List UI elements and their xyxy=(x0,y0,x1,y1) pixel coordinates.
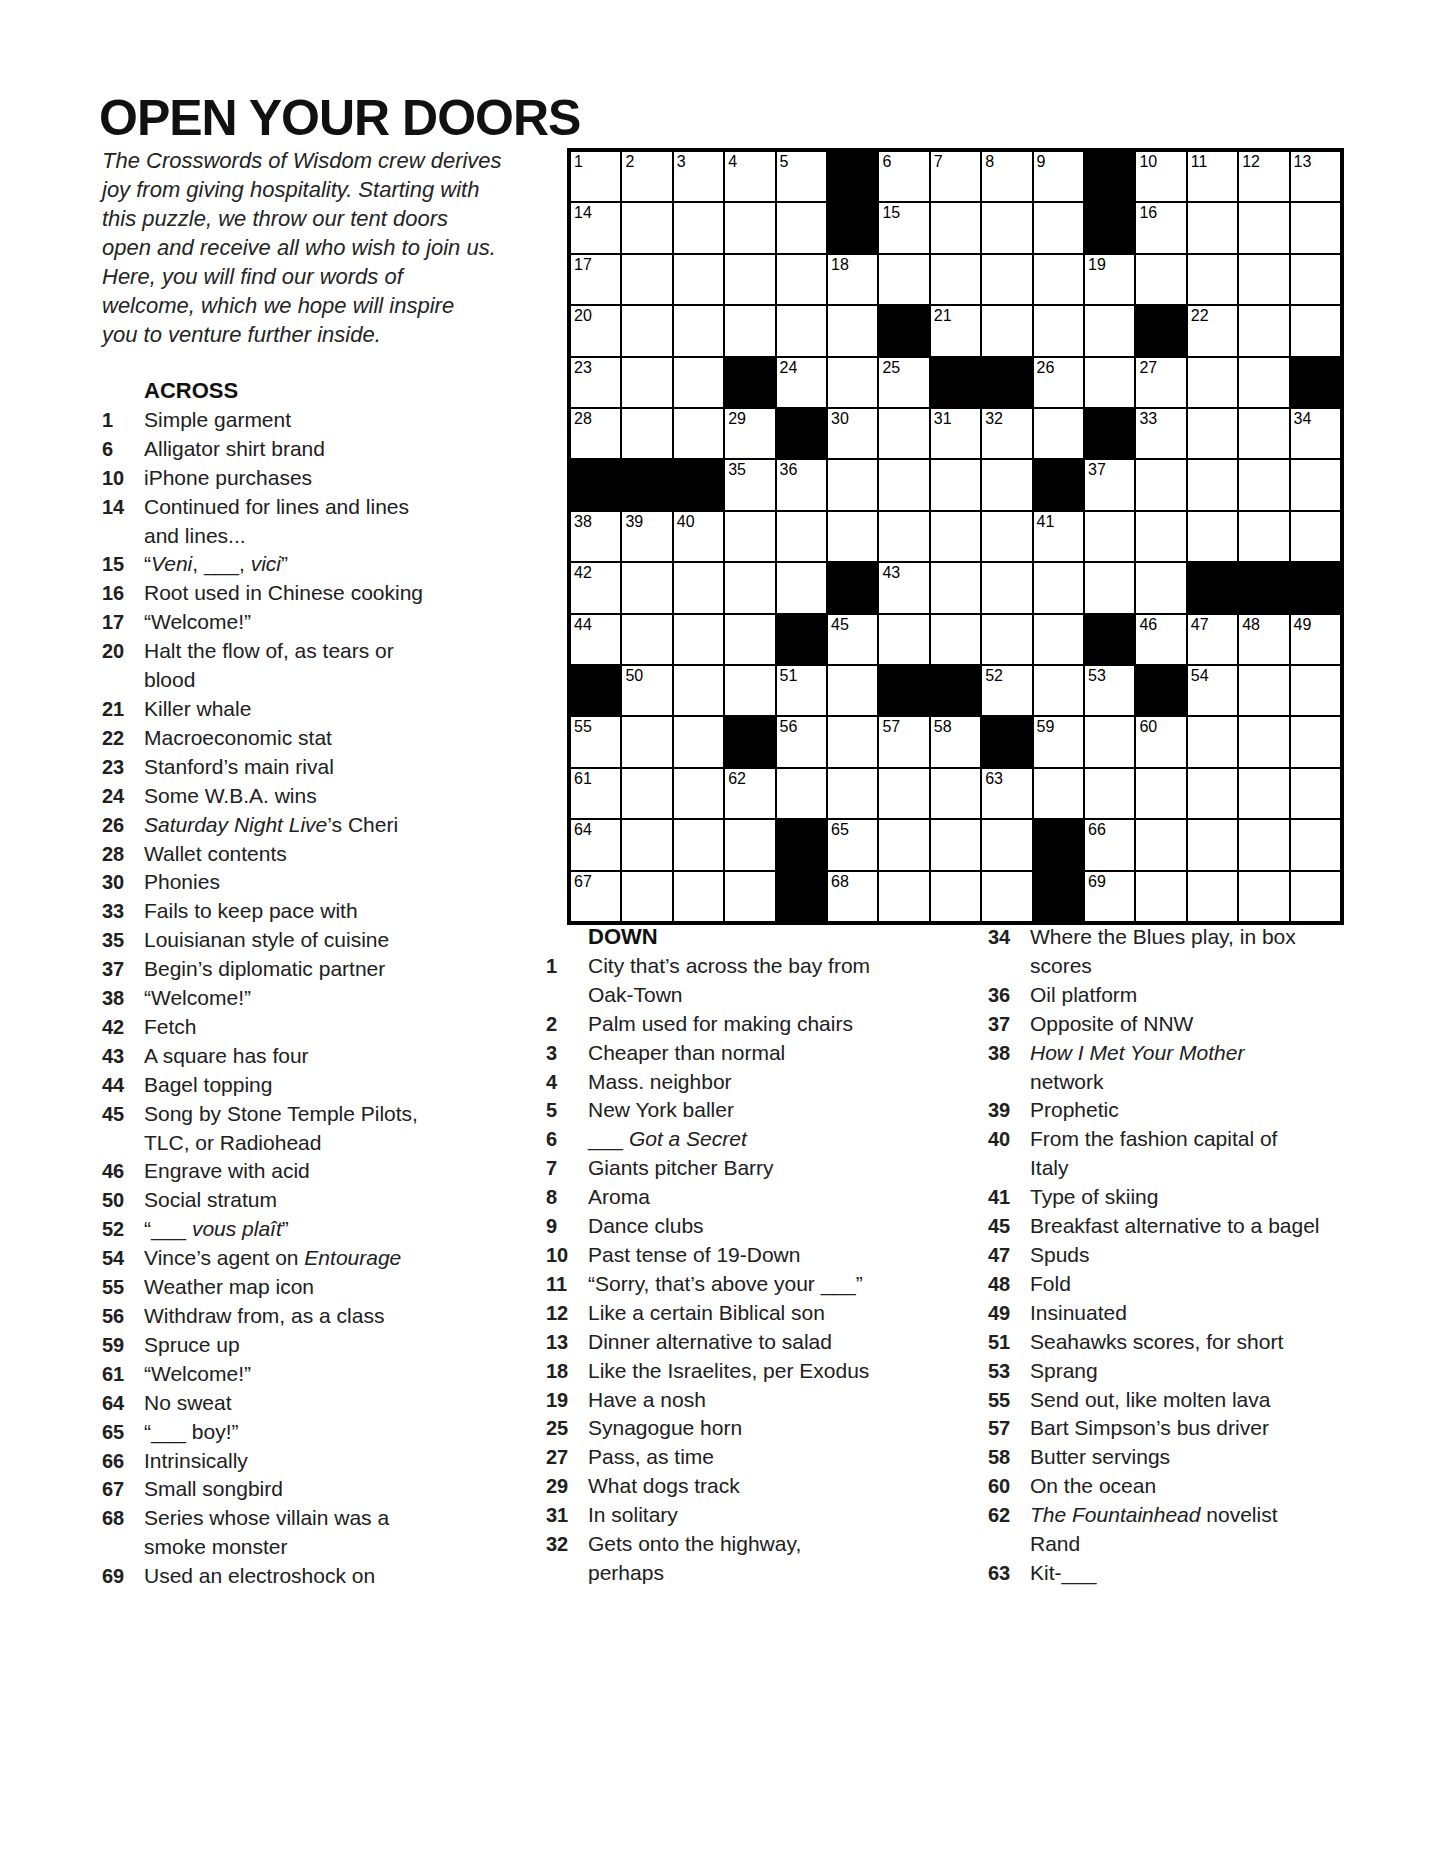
clue-line: Breakfast alternative to a bagel xyxy=(1030,1212,1428,1241)
grid-cell[interactable] xyxy=(1135,254,1186,305)
clue-line: Vince’s agent on Entourage xyxy=(144,1244,522,1273)
clue-item: 16Root used in Chinese cooking xyxy=(102,579,522,608)
grid-cell[interactable]: 61 xyxy=(570,768,621,819)
clue-number: 18 xyxy=(546,1357,568,1386)
clue-number: 17 xyxy=(102,608,124,637)
grid-cell[interactable]: 37 xyxy=(1084,459,1135,510)
cell-number: 40 xyxy=(677,513,695,531)
grid-cell[interactable] xyxy=(1290,254,1341,305)
cell-number: 68 xyxy=(831,873,849,891)
grid-cell[interactable] xyxy=(673,614,724,665)
grid-cell[interactable]: 15 xyxy=(878,202,929,253)
grid-cell[interactable] xyxy=(673,357,724,408)
grid-cell[interactable]: 6 xyxy=(878,151,929,202)
grid-cell[interactable] xyxy=(1238,665,1289,716)
grid-cell[interactable]: 4 xyxy=(724,151,775,202)
grid-cell[interactable] xyxy=(930,202,981,253)
cell-number: 17 xyxy=(574,256,592,274)
grid-cell[interactable] xyxy=(1084,305,1135,356)
grid-cell[interactable] xyxy=(724,819,775,870)
clue-line: Seahawks scores, for short xyxy=(1030,1328,1428,1357)
clue-number: 54 xyxy=(102,1244,124,1273)
grid-cell[interactable] xyxy=(1187,357,1238,408)
grid-cell[interactable] xyxy=(981,562,1032,613)
grid-cell[interactable] xyxy=(1187,511,1238,562)
grid-cell[interactable] xyxy=(776,305,827,356)
grid-cell[interactable]: 19 xyxy=(1084,254,1135,305)
clue-line: Spuds xyxy=(1030,1241,1428,1270)
grid-cell[interactable]: 20 xyxy=(570,305,621,356)
grid-cell[interactable] xyxy=(621,202,672,253)
grid-cell[interactable] xyxy=(827,357,878,408)
clue-item: 25Synagogue horn xyxy=(546,1414,976,1443)
grid-cell[interactable]: 29 xyxy=(724,408,775,459)
clue-item: 15“Veni, ___, vici” xyxy=(102,550,522,579)
grid-cell[interactable] xyxy=(1135,819,1186,870)
clue-number: 42 xyxy=(102,1013,124,1042)
clue-item: 47Spuds xyxy=(988,1241,1428,1270)
grid-cell[interactable] xyxy=(1238,768,1289,819)
grid-cell[interactable] xyxy=(673,819,724,870)
grid-cell[interactable]: 44 xyxy=(570,614,621,665)
grid-cell[interactable] xyxy=(776,511,827,562)
grid-cell[interactable] xyxy=(1238,357,1289,408)
grid-cell[interactable]: 56 xyxy=(776,716,827,767)
grid-cell[interactable]: 45 xyxy=(827,614,878,665)
grid-cell[interactable] xyxy=(724,871,775,922)
clue-number: 38 xyxy=(988,1039,1010,1068)
grid-cell[interactable] xyxy=(1033,254,1084,305)
grid-cell[interactable]: 60 xyxy=(1135,716,1186,767)
grid-cell[interactable] xyxy=(878,614,929,665)
clue-line: Past tense of 19-Down xyxy=(588,1241,976,1270)
grid-cell[interactable]: 33 xyxy=(1135,408,1186,459)
grid-cell[interactable]: 11 xyxy=(1187,151,1238,202)
grid-cell[interactable]: 67 xyxy=(570,871,621,922)
grid-cell[interactable] xyxy=(724,665,775,716)
grid-cell[interactable] xyxy=(673,768,724,819)
grid-cell[interactable] xyxy=(776,202,827,253)
grid-black-cell xyxy=(673,459,724,510)
grid-cell[interactable]: 48 xyxy=(1238,614,1289,665)
grid-cell[interactable] xyxy=(878,871,929,922)
grid-cell[interactable]: 7 xyxy=(930,151,981,202)
grid-cell[interactable]: 32 xyxy=(981,408,1032,459)
grid-cell[interactable]: 50 xyxy=(621,665,672,716)
cell-number: 34 xyxy=(1294,410,1312,428)
clue-number: 52 xyxy=(102,1215,124,1244)
clue-item: 45Song by Stone Temple Pilots,TLC, or Ra… xyxy=(102,1100,522,1158)
cell-number: 8 xyxy=(985,153,994,171)
grid-cell[interactable] xyxy=(673,408,724,459)
grid-cell[interactable]: 53 xyxy=(1084,665,1135,716)
grid-cell[interactable] xyxy=(1187,871,1238,922)
grid-cell[interactable]: 26 xyxy=(1033,357,1084,408)
grid-cell[interactable] xyxy=(1084,768,1135,819)
grid-cell[interactable] xyxy=(724,562,775,613)
grid-cell[interactable] xyxy=(1187,202,1238,253)
grid-cell[interactable]: 51 xyxy=(776,665,827,716)
clue-line: Like the Israelites, per Exodus xyxy=(588,1357,976,1386)
clue-line: Simple garment xyxy=(144,406,522,435)
clue-number: 41 xyxy=(988,1183,1010,1212)
grid-cell[interactable] xyxy=(1290,716,1341,767)
grid-cell[interactable] xyxy=(930,819,981,870)
clue-number: 53 xyxy=(988,1357,1010,1386)
grid-cell[interactable] xyxy=(878,459,929,510)
grid-cell[interactable] xyxy=(673,871,724,922)
grid-cell[interactable] xyxy=(1238,408,1289,459)
grid-cell[interactable] xyxy=(621,819,672,870)
clue-line: Kit-___ xyxy=(1030,1559,1428,1588)
grid-cell[interactable]: 21 xyxy=(930,305,981,356)
grid-cell[interactable]: 27 xyxy=(1135,357,1186,408)
grid-cell[interactable] xyxy=(1238,305,1289,356)
grid-cell[interactable] xyxy=(878,511,929,562)
grid-cell[interactable] xyxy=(981,511,1032,562)
grid-cell[interactable] xyxy=(621,716,672,767)
grid-cell[interactable]: 16 xyxy=(1135,202,1186,253)
clue-number: 9 xyxy=(546,1212,557,1241)
grid-cell[interactable] xyxy=(1033,305,1084,356)
grid-cell[interactable] xyxy=(776,768,827,819)
grid-cell[interactable]: 64 xyxy=(570,819,621,870)
grid-cell[interactable] xyxy=(930,254,981,305)
grid-cell[interactable]: 10 xyxy=(1135,151,1186,202)
grid-cell[interactable] xyxy=(1290,768,1341,819)
clue-item: 68Series whose villain was asmoke monste… xyxy=(102,1504,522,1562)
grid-cell[interactable] xyxy=(1033,665,1084,716)
grid-cell[interactable]: 52 xyxy=(981,665,1032,716)
grid-cell[interactable] xyxy=(724,202,775,253)
grid-cell[interactable]: 25 xyxy=(878,357,929,408)
grid-cell[interactable] xyxy=(878,408,929,459)
grid-cell[interactable] xyxy=(621,357,672,408)
grid-cell[interactable] xyxy=(1238,459,1289,510)
grid-cell[interactable]: 9 xyxy=(1033,151,1084,202)
grid-cell[interactable] xyxy=(1238,871,1289,922)
clue-item: 28Wallet contents xyxy=(102,840,522,869)
grid-black-cell xyxy=(724,357,775,408)
clue-line: Synagogue horn xyxy=(588,1414,976,1443)
grid-cell[interactable]: 41 xyxy=(1033,511,1084,562)
grid-cell[interactable] xyxy=(930,459,981,510)
cell-number: 11 xyxy=(1191,153,1208,171)
clue-line: Small songbird xyxy=(144,1475,522,1504)
grid-cell[interactable] xyxy=(1187,768,1238,819)
grid-cell[interactable]: 42 xyxy=(570,562,621,613)
grid-cell[interactable]: 18 xyxy=(827,254,878,305)
grid-cell[interactable]: 68 xyxy=(827,871,878,922)
grid-cell[interactable]: 49 xyxy=(1290,614,1341,665)
clue-item: 54Vince’s agent on Entourage xyxy=(102,1244,522,1273)
grid-cell[interactable] xyxy=(878,819,929,870)
clue-line: Send out, like molten lava xyxy=(1030,1386,1428,1415)
grid-cell[interactable] xyxy=(1290,871,1341,922)
grid-cell[interactable] xyxy=(1135,768,1186,819)
clue-number: 45 xyxy=(102,1100,124,1129)
clue-item: 48Fold xyxy=(988,1270,1428,1299)
grid-cell[interactable] xyxy=(1033,408,1084,459)
grid-cell[interactable] xyxy=(1135,871,1186,922)
cell-number: 35 xyxy=(728,461,746,479)
clue-number: 34 xyxy=(988,923,1010,952)
grid-cell[interactable]: 63 xyxy=(981,768,1032,819)
clue-line: Fetch xyxy=(144,1013,522,1042)
cell-number: 54 xyxy=(1191,667,1209,685)
clue-line: No sweat xyxy=(144,1389,522,1418)
clue-item: 29What dogs track xyxy=(546,1472,976,1501)
grid-cell[interactable] xyxy=(1084,511,1135,562)
clue-item: 5New York baller xyxy=(546,1096,976,1125)
grid-cell[interactable]: 66 xyxy=(1084,819,1135,870)
grid-cell[interactable] xyxy=(1290,819,1341,870)
across-header: ACROSS xyxy=(102,377,522,406)
clue-number: 11 xyxy=(546,1270,567,1299)
grid-cell[interactable] xyxy=(1084,716,1135,767)
grid-cell[interactable]: 31 xyxy=(930,408,981,459)
clue-line: “Welcome!” xyxy=(144,1360,522,1389)
grid-cell[interactable]: 55 xyxy=(570,716,621,767)
grid-cell[interactable]: 36 xyxy=(776,459,827,510)
clue-number: 43 xyxy=(102,1042,124,1071)
clue-line: Louisianan style of cuisine xyxy=(144,926,522,955)
grid-cell[interactable]: 23 xyxy=(570,357,621,408)
clue-number: 24 xyxy=(102,782,124,811)
clue-number: 1 xyxy=(102,406,113,435)
grid-cell[interactable] xyxy=(930,511,981,562)
clue-number: 58 xyxy=(988,1443,1010,1472)
clue-number: 10 xyxy=(102,464,124,493)
grid-cell[interactable] xyxy=(1033,768,1084,819)
cell-number: 24 xyxy=(780,359,798,377)
grid-cell[interactable] xyxy=(981,871,1032,922)
grid-cell[interactable] xyxy=(1290,511,1341,562)
clue-number: 20 xyxy=(102,637,124,666)
clue-number: 16 xyxy=(102,579,124,608)
grid-cell[interactable] xyxy=(1033,562,1084,613)
grid-cell[interactable] xyxy=(930,768,981,819)
clue-line: Social stratum xyxy=(144,1186,522,1215)
clue-item: 11“Sorry, that’s above your ___” xyxy=(546,1270,976,1299)
grid-cell[interactable]: 54 xyxy=(1187,665,1238,716)
grid-cell[interactable] xyxy=(1238,254,1289,305)
grid-cell[interactable] xyxy=(827,511,878,562)
clue-item: 61“Welcome!” xyxy=(102,1360,522,1389)
grid-cell[interactable] xyxy=(1187,819,1238,870)
grid-cell[interactable] xyxy=(827,768,878,819)
clue-number: 29 xyxy=(546,1472,568,1501)
grid-cell[interactable] xyxy=(776,254,827,305)
cell-number: 52 xyxy=(985,667,1003,685)
grid-cell[interactable]: 12 xyxy=(1238,151,1289,202)
grid-cell[interactable] xyxy=(724,254,775,305)
grid-cell[interactable] xyxy=(673,562,724,613)
cell-number: 50 xyxy=(625,667,643,685)
grid-cell[interactable]: 14 xyxy=(570,202,621,253)
cell-number: 53 xyxy=(1088,667,1106,685)
grid-cell[interactable] xyxy=(827,716,878,767)
grid-cell[interactable] xyxy=(1290,665,1341,716)
grid-cell[interactable] xyxy=(1290,202,1341,253)
grid-cell[interactable] xyxy=(878,254,929,305)
grid-cell[interactable]: 30 xyxy=(827,408,878,459)
grid-cell[interactable] xyxy=(776,562,827,613)
grid-cell[interactable]: 69 xyxy=(1084,871,1135,922)
grid-cell[interactable]: 5 xyxy=(776,151,827,202)
clue-line: Dinner alternative to salad xyxy=(588,1328,976,1357)
grid-cell[interactable] xyxy=(673,716,724,767)
grid-cell[interactable] xyxy=(621,871,672,922)
grid-cell[interactable] xyxy=(673,305,724,356)
grid-cell[interactable]: 24 xyxy=(776,357,827,408)
grid-cell[interactable]: 28 xyxy=(570,408,621,459)
clue-line: Phonies xyxy=(144,868,522,897)
grid-cell[interactable]: 59 xyxy=(1033,716,1084,767)
clue-number: 38 xyxy=(102,984,124,1013)
cell-number: 62 xyxy=(728,770,746,788)
grid-cell[interactable]: 43 xyxy=(878,562,929,613)
grid-cell[interactable] xyxy=(981,254,1032,305)
grid-cell[interactable] xyxy=(1033,614,1084,665)
grid-cell[interactable]: 2 xyxy=(621,151,672,202)
clue-number: 14 xyxy=(102,493,124,522)
grid-cell[interactable]: 3 xyxy=(673,151,724,202)
grid-cell[interactable] xyxy=(621,768,672,819)
grid-cell[interactable] xyxy=(621,305,672,356)
grid-cell[interactable] xyxy=(1135,562,1186,613)
grid-cell[interactable]: 58 xyxy=(930,716,981,767)
clue-line: perhaps xyxy=(588,1559,976,1588)
clue-item: 63Kit-___ xyxy=(988,1559,1428,1588)
clue-line: Fails to keep pace with xyxy=(144,897,522,926)
clue-line: Where the Blues play, in box xyxy=(1030,923,1428,952)
grid-cell[interactable]: 39 xyxy=(621,511,672,562)
grid-cell[interactable] xyxy=(621,408,672,459)
grid-cell[interactable] xyxy=(724,614,775,665)
grid-cell[interactable]: 35 xyxy=(724,459,775,510)
grid-cell[interactable] xyxy=(621,614,672,665)
grid-cell[interactable] xyxy=(878,768,929,819)
grid-cell[interactable]: 46 xyxy=(1135,614,1186,665)
grid-cell[interactable]: 1 xyxy=(570,151,621,202)
clue-line: Cheaper than normal xyxy=(588,1039,976,1068)
grid-cell[interactable] xyxy=(621,562,672,613)
clue-number: 28 xyxy=(102,840,124,869)
grid-cell[interactable] xyxy=(827,665,878,716)
grid-cell[interactable] xyxy=(1187,716,1238,767)
cell-number: 14 xyxy=(574,204,592,222)
grid-cell[interactable]: 57 xyxy=(878,716,929,767)
clue-line: New York baller xyxy=(588,1096,976,1125)
clue-line: On the ocean xyxy=(1030,1472,1428,1501)
grid-cell[interactable] xyxy=(930,871,981,922)
grid-cell[interactable]: 17 xyxy=(570,254,621,305)
grid-cell[interactable]: 65 xyxy=(827,819,878,870)
grid-cell[interactable] xyxy=(930,614,981,665)
grid-cell[interactable] xyxy=(930,562,981,613)
clue-line: Series whose villain was a xyxy=(144,1504,522,1533)
grid-cell[interactable] xyxy=(1238,819,1289,870)
clue-number: 33 xyxy=(102,897,124,926)
clue-item: 56Withdraw from, as a class xyxy=(102,1302,522,1331)
grid-cell[interactable] xyxy=(981,305,1032,356)
grid-cell[interactable]: 8 xyxy=(981,151,1032,202)
grid-cell[interactable] xyxy=(1238,716,1289,767)
grid-black-cell xyxy=(1084,151,1135,202)
grid-cell[interactable] xyxy=(1187,459,1238,510)
grid-black-cell xyxy=(930,665,981,716)
clue-number: 30 xyxy=(102,868,124,897)
grid-cell[interactable] xyxy=(724,511,775,562)
grid-cell[interactable] xyxy=(673,665,724,716)
grid-cell[interactable] xyxy=(1135,511,1186,562)
grid-cell[interactable] xyxy=(673,202,724,253)
grid-cell[interactable] xyxy=(1135,459,1186,510)
cell-number: 6 xyxy=(882,153,891,171)
grid-cell[interactable]: 40 xyxy=(673,511,724,562)
grid-cell[interactable]: 62 xyxy=(724,768,775,819)
grid-cell[interactable] xyxy=(1033,202,1084,253)
cell-number: 41 xyxy=(1037,513,1055,531)
clue-item: 51Seahawks scores, for short xyxy=(988,1328,1428,1357)
cell-number: 39 xyxy=(625,513,643,531)
cell-number: 69 xyxy=(1088,873,1106,891)
cell-number: 18 xyxy=(831,256,849,274)
clue-line: Dance clubs xyxy=(588,1212,976,1241)
grid-cell[interactable]: 22 xyxy=(1187,305,1238,356)
clue-line: From the fashion capital of xyxy=(1030,1125,1428,1154)
grid-black-cell xyxy=(827,202,878,253)
clue-line: Bagel topping xyxy=(144,1071,522,1100)
grid-cell[interactable] xyxy=(981,459,1032,510)
grid-cell[interactable]: 13 xyxy=(1290,151,1341,202)
grid-cell[interactable] xyxy=(981,202,1032,253)
grid-cell[interactable] xyxy=(827,459,878,510)
clue-line: “Welcome!” xyxy=(144,608,522,637)
grid-cell[interactable] xyxy=(673,254,724,305)
cell-number: 43 xyxy=(882,564,900,582)
clue-line: Oak-Town xyxy=(588,981,976,1010)
grid-cell[interactable]: 38 xyxy=(570,511,621,562)
clue-number: 48 xyxy=(988,1270,1010,1299)
grid-cell[interactable] xyxy=(1290,459,1341,510)
clue-line: Alligator shirt brand xyxy=(144,435,522,464)
cell-number: 66 xyxy=(1088,821,1106,839)
grid-cell[interactable] xyxy=(981,819,1032,870)
grid-cell[interactable]: 34 xyxy=(1290,408,1341,459)
grid-cell[interactable] xyxy=(1238,511,1289,562)
grid-cell[interactable] xyxy=(1238,202,1289,253)
grid-cell[interactable] xyxy=(724,305,775,356)
grid-cell[interactable] xyxy=(621,254,672,305)
crossword-grid: 1234567891011121314151617181920212223242… xyxy=(567,148,1344,925)
grid-cell[interactable] xyxy=(981,614,1032,665)
grid-cell[interactable] xyxy=(1187,254,1238,305)
grid-cell[interactable] xyxy=(1290,305,1341,356)
grid-cell[interactable]: 47 xyxy=(1187,614,1238,665)
grid-cell[interactable] xyxy=(1187,408,1238,459)
clue-number: 59 xyxy=(102,1331,124,1360)
grid-cell[interactable] xyxy=(1084,357,1135,408)
grid-black-cell xyxy=(1290,562,1341,613)
clue-number: 5 xyxy=(546,1096,557,1125)
clue-line: A square has four xyxy=(144,1042,522,1071)
clue-line: Like a certain Biblical son xyxy=(588,1299,976,1328)
intro-line: The Crosswords of Wisdom crew derives xyxy=(102,146,502,175)
grid-cell[interactable] xyxy=(1084,562,1135,613)
grid-cell[interactable] xyxy=(827,305,878,356)
